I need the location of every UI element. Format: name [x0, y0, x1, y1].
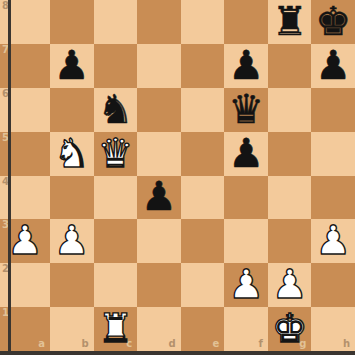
square-g8[interactable]: ♜	[268, 0, 312, 44]
square-b1[interactable]: b	[50, 307, 94, 351]
square-c6[interactable]: ♞	[94, 88, 138, 132]
piece-white-king[interactable]: ♚	[272, 308, 308, 348]
square-f4[interactable]	[224, 176, 268, 220]
file-label-a: a	[38, 339, 45, 349]
square-d2[interactable]	[137, 263, 181, 307]
square-h7[interactable]: ♟	[311, 44, 355, 88]
square-g7[interactable]	[268, 44, 312, 88]
square-d6[interactable]	[137, 88, 181, 132]
square-b4[interactable]	[50, 176, 94, 220]
piece-black-queen[interactable]: ♛	[228, 89, 264, 129]
square-e4[interactable]	[181, 176, 225, 220]
square-e8[interactable]	[181, 0, 225, 44]
square-d5[interactable]	[137, 132, 181, 176]
square-e2[interactable]	[181, 263, 225, 307]
square-h3[interactable]: ♟	[311, 219, 355, 263]
square-c8[interactable]	[94, 0, 138, 44]
square-d7[interactable]	[137, 44, 181, 88]
piece-white-pawn[interactable]: ♟	[228, 264, 264, 304]
piece-black-king[interactable]: ♚	[315, 1, 351, 41]
piece-white-pawn[interactable]: ♟	[272, 264, 308, 304]
board-left-edge-line	[8, 0, 11, 355]
square-c7[interactable]	[94, 44, 138, 88]
square-h8[interactable]: ♚	[311, 0, 355, 44]
square-e5[interactable]	[181, 132, 225, 176]
square-b7[interactable]: ♟	[50, 44, 94, 88]
piece-white-pawn[interactable]: ♟	[54, 220, 90, 260]
square-h5[interactable]	[311, 132, 355, 176]
square-b5[interactable]: ♞	[50, 132, 94, 176]
square-c1[interactable]: c♜	[94, 307, 138, 351]
file-label-e: e	[212, 339, 219, 349]
square-b8[interactable]	[50, 0, 94, 44]
square-f5[interactable]: ♟	[224, 132, 268, 176]
piece-black-pawn[interactable]: ♟	[315, 45, 351, 85]
piece-black-pawn[interactable]: ♟	[141, 176, 177, 216]
square-g3[interactable]	[268, 219, 312, 263]
square-e1[interactable]: e	[181, 307, 225, 351]
chess-board-container: 8♜♚7♟♟♟6♞♛5♞♛♟4♟3♟♟♟2♟♟1abc♜defg♚h	[0, 0, 355, 355]
piece-black-pawn[interactable]: ♟	[228, 133, 264, 173]
square-d8[interactable]	[137, 0, 181, 44]
piece-white-queen[interactable]: ♛	[97, 133, 133, 173]
square-b3[interactable]: ♟	[50, 219, 94, 263]
square-h6[interactable]	[311, 88, 355, 132]
piece-white-pawn[interactable]: ♟	[7, 220, 43, 260]
square-c3[interactable]	[94, 219, 138, 263]
square-g2[interactable]: ♟	[268, 263, 312, 307]
square-g5[interactable]	[268, 132, 312, 176]
file-label-h: h	[343, 339, 350, 349]
square-d4[interactable]: ♟	[137, 176, 181, 220]
square-h2[interactable]	[311, 263, 355, 307]
board-bottom-edge-bar	[0, 351, 355, 355]
piece-white-rook[interactable]: ♜	[97, 308, 133, 348]
square-d1[interactable]: d	[137, 307, 181, 351]
chess-board: 8♜♚7♟♟♟6♞♛5♞♛♟4♟3♟♟♟2♟♟1abc♜defg♚h	[0, 0, 355, 351]
square-f8[interactable]	[224, 0, 268, 44]
square-h1[interactable]: h	[311, 307, 355, 351]
file-label-d: d	[169, 339, 176, 349]
square-f2[interactable]: ♟	[224, 263, 268, 307]
square-b2[interactable]	[50, 263, 94, 307]
piece-black-rook[interactable]: ♜	[272, 1, 308, 41]
square-f7[interactable]: ♟	[224, 44, 268, 88]
square-c2[interactable]	[94, 263, 138, 307]
square-e3[interactable]	[181, 219, 225, 263]
square-c4[interactable]	[94, 176, 138, 220]
square-f1[interactable]: f	[224, 307, 268, 351]
piece-white-pawn[interactable]: ♟	[315, 220, 351, 260]
file-label-b: b	[81, 339, 88, 349]
square-e6[interactable]	[181, 88, 225, 132]
square-h4[interactable]	[311, 176, 355, 220]
square-f6[interactable]: ♛	[224, 88, 268, 132]
square-e7[interactable]	[181, 44, 225, 88]
square-d3[interactable]	[137, 219, 181, 263]
square-g6[interactable]	[268, 88, 312, 132]
piece-white-knight[interactable]: ♞	[54, 133, 90, 173]
square-f3[interactable]	[224, 219, 268, 263]
piece-black-pawn[interactable]: ♟	[54, 45, 90, 85]
file-label-f: f	[258, 339, 262, 349]
square-c5[interactable]: ♛	[94, 132, 138, 176]
square-g4[interactable]	[268, 176, 312, 220]
square-b6[interactable]	[50, 88, 94, 132]
piece-black-knight[interactable]: ♞	[97, 89, 133, 129]
square-g1[interactable]: g♚	[268, 307, 312, 351]
piece-black-pawn[interactable]: ♟	[228, 45, 264, 85]
